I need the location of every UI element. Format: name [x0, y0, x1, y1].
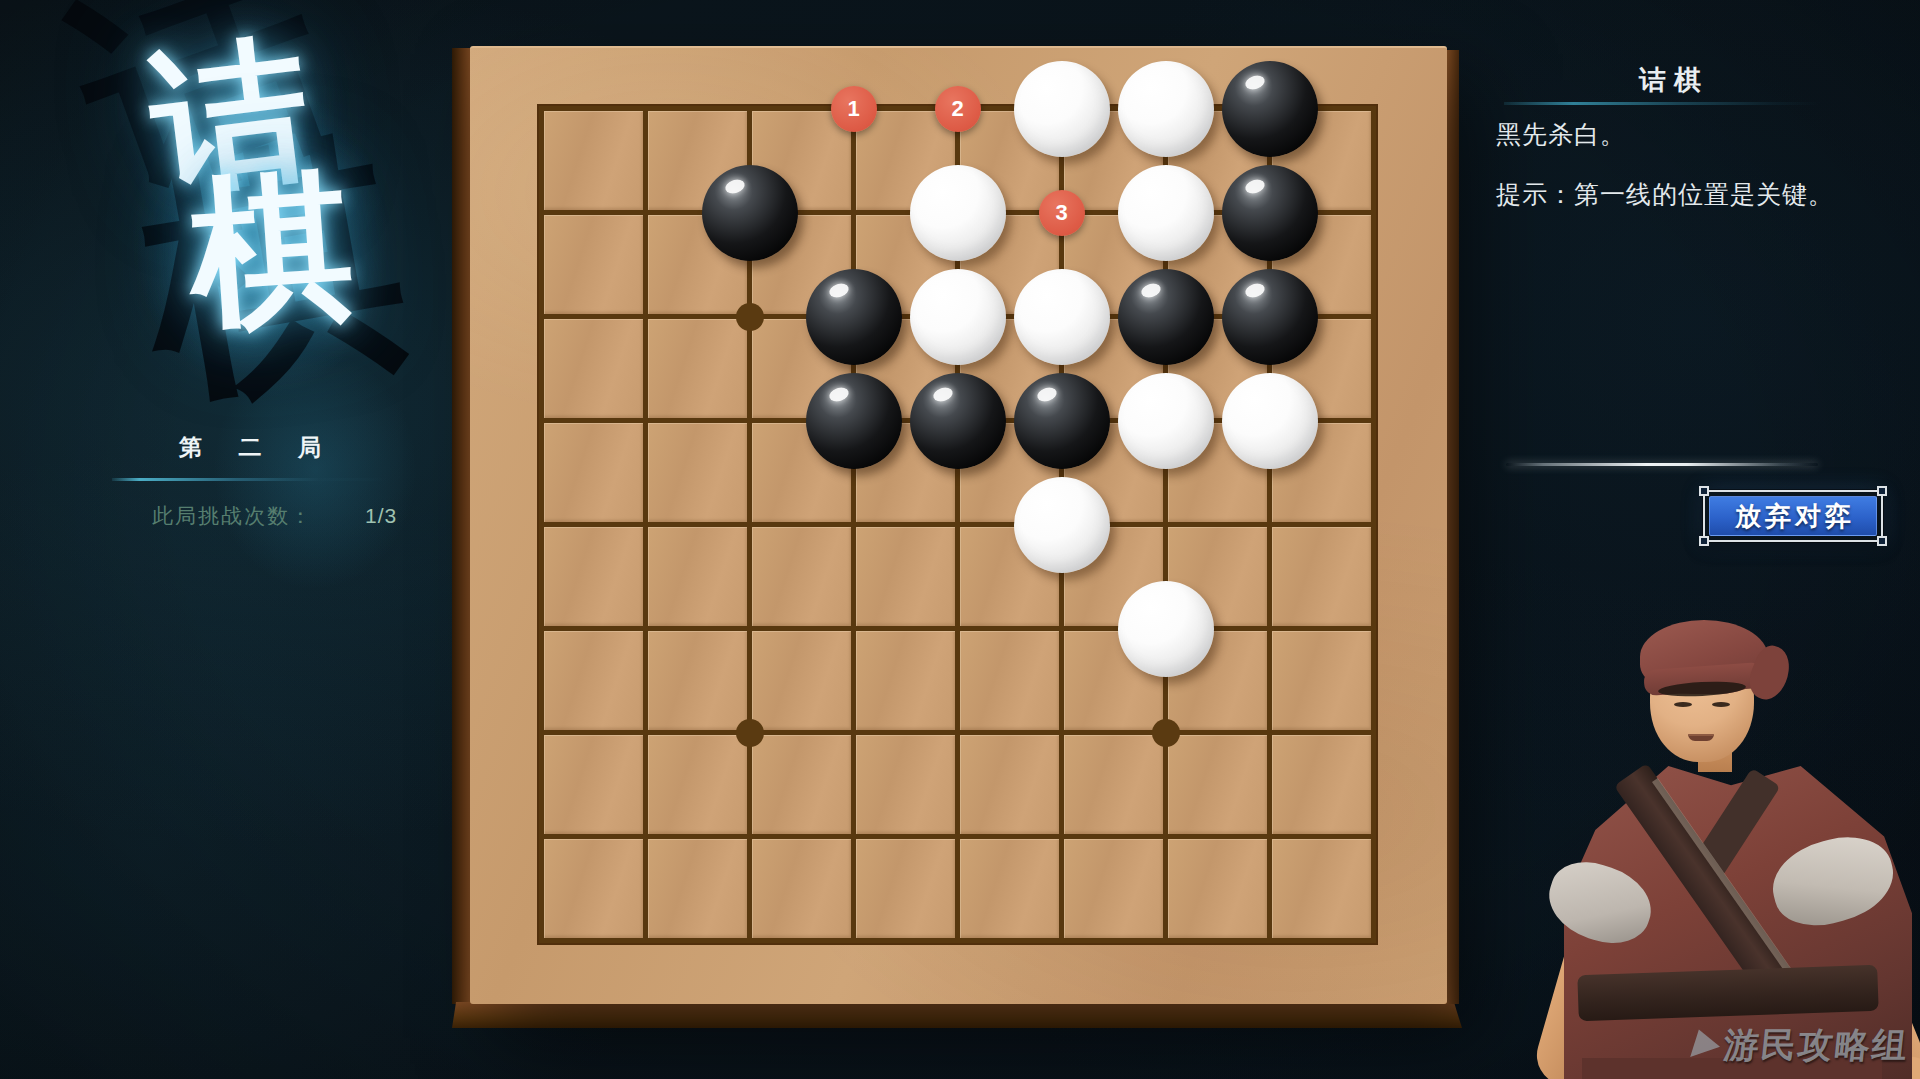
give-up-button-label: 放弃对弈 — [1709, 496, 1877, 536]
board-cell[interactable] — [544, 319, 643, 418]
panel-silver-divider — [1506, 463, 1818, 466]
move-marker-2: 2 — [935, 86, 981, 132]
board-cell[interactable] — [544, 839, 643, 938]
board-bottom-bevel — [452, 1002, 1462, 1028]
round-label: 第 二 局 — [100, 432, 400, 463]
npc-left-eye — [1674, 702, 1692, 707]
white-stone — [1014, 61, 1110, 157]
stone-highlight — [1139, 281, 1162, 300]
move-marker-1: 1 — [831, 86, 877, 132]
black-stone — [1118, 269, 1214, 365]
white-stone — [1014, 269, 1110, 365]
watermark: 游民攻略组 — [1692, 1022, 1912, 1069]
board-cell[interactable] — [648, 423, 747, 522]
black-stone — [702, 165, 798, 261]
white-stone — [1118, 581, 1214, 677]
board-cell[interactable] — [1168, 735, 1267, 834]
board-cell[interactable] — [1064, 839, 1163, 938]
board-cell[interactable] — [544, 527, 643, 626]
left-divider — [112, 478, 388, 481]
white-stone — [910, 165, 1006, 261]
board-cell[interactable] — [1168, 839, 1267, 938]
board-cell[interactable] — [1064, 735, 1163, 834]
watermark-logo-icon — [1690, 1029, 1724, 1062]
button-corner-ornament — [1877, 486, 1887, 496]
board-cell[interactable] — [544, 631, 643, 730]
give-up-button[interactable]: 放弃对弈 — [1703, 490, 1883, 542]
attempts-label: 此局挑战次数： — [152, 502, 313, 530]
star-point — [736, 303, 764, 331]
black-stone — [1222, 269, 1318, 365]
star-point — [1152, 719, 1180, 747]
board-cell[interactable] — [856, 735, 955, 834]
black-stone — [910, 373, 1006, 469]
board-right-bevel — [1445, 50, 1459, 1004]
stone-highlight — [1035, 385, 1058, 404]
black-stone — [1222, 61, 1318, 157]
white-stone — [1222, 373, 1318, 469]
board-surface: 123 — [470, 46, 1447, 1004]
star-point — [736, 719, 764, 747]
attempts-value: 1/3 — [365, 504, 397, 528]
black-stone — [806, 269, 902, 365]
board-cell[interactable] — [752, 631, 851, 730]
board-cell[interactable] — [960, 735, 1059, 834]
stone-highlight — [931, 385, 954, 404]
board-cell[interactable] — [648, 839, 747, 938]
board-cell[interactable] — [856, 839, 955, 938]
board-cell[interactable] — [1272, 735, 1371, 834]
board-cell[interactable] — [544, 111, 643, 210]
button-corner-ornament — [1699, 536, 1709, 546]
board-left-bevel — [452, 48, 472, 1004]
board-cell[interactable] — [752, 839, 851, 938]
black-stone — [1014, 373, 1110, 469]
stone-highlight — [827, 385, 850, 404]
stone-highlight — [723, 177, 746, 196]
board-cell[interactable] — [544, 215, 643, 314]
npc-right-eye — [1712, 702, 1730, 707]
puzzle-info-panel: 诘棋 黑先杀白。 提示：第一线的位置是关键。 放弃对弈 — [1480, 50, 1890, 570]
white-stone — [1118, 61, 1214, 157]
board-cell[interactable] — [1272, 631, 1371, 730]
board-cell[interactable] — [544, 735, 643, 834]
panel-title: 诘棋 — [1480, 62, 1860, 98]
board-cell[interactable] — [648, 319, 747, 418]
white-stone — [1118, 165, 1214, 261]
tsumego-screen: { "game": "go", "screen": { "type": "tsu… — [0, 0, 1920, 1079]
board-cell[interactable] — [648, 631, 747, 730]
npc-mouth — [1688, 734, 1714, 741]
board-cell[interactable] — [1272, 839, 1371, 938]
button-corner-ornament — [1877, 536, 1887, 546]
white-stone — [1118, 373, 1214, 469]
attempts-row: 此局挑战次数： 1/3 — [152, 502, 397, 530]
board-cell[interactable] — [960, 631, 1059, 730]
button-corner-ornament — [1699, 486, 1709, 496]
board-grid[interactable]: 123 — [539, 106, 1376, 943]
board-cell[interactable] — [648, 735, 747, 834]
panel-title-divider — [1504, 102, 1820, 105]
board-cell[interactable] — [960, 839, 1059, 938]
board-cell[interactable] — [648, 527, 747, 626]
go-board: 123 — [452, 46, 1466, 1030]
hint-text: 提示：第一线的位置是关键。 — [1496, 178, 1834, 211]
board-cell[interactable] — [856, 527, 955, 626]
board-cell[interactable] — [1272, 527, 1371, 626]
board-cell[interactable] — [752, 735, 851, 834]
calligraphy-art: 诘 棋 诘 棋 — [60, 0, 420, 430]
board-cell[interactable] — [856, 631, 955, 730]
calligraphy-char-qi: 棋 — [185, 163, 358, 336]
board-cell[interactable] — [544, 423, 643, 522]
objective-text: 黑先杀白。 — [1496, 118, 1626, 151]
watermark-text: 游民攻略组 — [1722, 1022, 1912, 1069]
stone-highlight — [1243, 281, 1266, 300]
stone-highlight — [1243, 177, 1266, 196]
move-marker-3: 3 — [1039, 190, 1085, 236]
stone-highlight — [827, 281, 850, 300]
white-stone — [910, 269, 1006, 365]
npc-character — [1556, 618, 1920, 1079]
black-stone — [1222, 165, 1318, 261]
white-stone — [1014, 477, 1110, 573]
black-stone — [806, 373, 902, 469]
stone-highlight — [1243, 73, 1266, 92]
board-cell[interactable] — [752, 527, 851, 626]
